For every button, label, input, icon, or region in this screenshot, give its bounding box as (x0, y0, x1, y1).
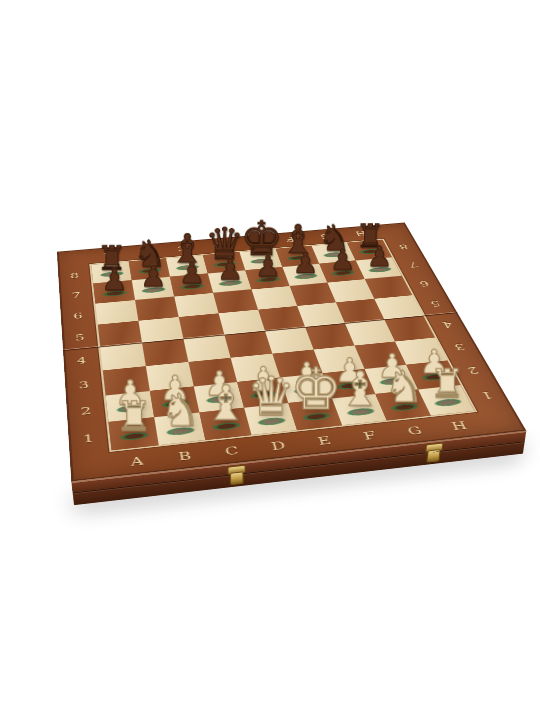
chess-set-photo: ABCDEFGH ABCDEFGH 87654321 87654321 ♜♞♝♛… (0, 0, 540, 720)
white-rook-glyph: ♜ (87, 397, 180, 438)
file-label: F (344, 424, 396, 447)
file-label: H (433, 415, 486, 437)
rank-label: 6 (64, 304, 91, 328)
file-label: D (253, 434, 305, 457)
brass-clasp-left-icon (227, 465, 246, 485)
square-c6[interactable] (174, 293, 218, 317)
black-pawn-glyph: ♟ (75, 265, 153, 294)
square-a6[interactable] (95, 300, 138, 325)
file-label: G (388, 420, 441, 443)
scene-3d: ABCDEFGH ABCDEFGH 87654321 87654321 ♜♞♝♛… (0, 0, 540, 720)
square-b6[interactable] (135, 296, 179, 320)
square-f4[interactable] (305, 323, 354, 349)
square-a1[interactable]: ♜ (108, 417, 158, 450)
file-label: B (159, 444, 210, 468)
chess-box: ABCDEFGH ABCDEFGH 87654321 87654321 ♜♞♝♛… (57, 222, 526, 481)
file-label: E (298, 429, 350, 452)
clasp-body (426, 449, 440, 463)
square-d4[interactable] (224, 331, 272, 358)
clasp-body (230, 471, 244, 485)
brass-clasp-right-icon (424, 443, 443, 463)
file-label: C (206, 439, 257, 463)
rank-label: 4 (67, 347, 96, 373)
square-h6[interactable] (365, 276, 413, 299)
file-label: A (112, 449, 162, 473)
